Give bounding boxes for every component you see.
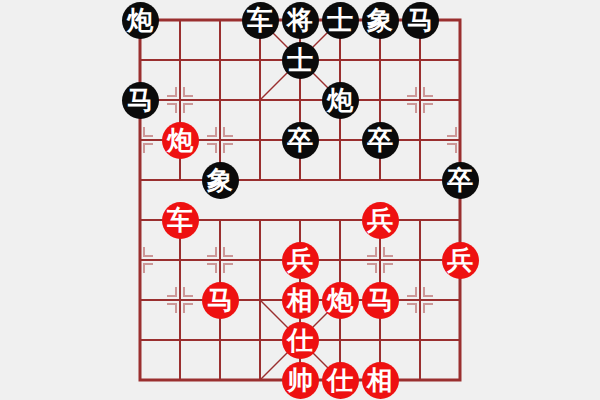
piece-black-advisor[interactable]: 士 (322, 2, 359, 39)
piece-red-advisor[interactable]: 仕 (322, 362, 359, 399)
piece-red-elephant[interactable]: 相 (282, 282, 319, 319)
piece-black-elephant[interactable]: 象 (202, 162, 239, 199)
piece-black-general[interactable]: 将 (282, 2, 319, 39)
piece-black-elephant[interactable]: 象 (362, 2, 399, 39)
piece-red-chariot[interactable]: 车 (162, 202, 199, 239)
piece-red-elephant[interactable]: 相 (362, 362, 399, 399)
piece-red-soldier[interactable]: 兵 (282, 242, 319, 279)
xiangqi-board: 炮车将士象马士马炮炮卒卒象卒车兵兵兵马相炮马仕帅仕相 (120, 0, 480, 400)
piece-red-horse[interactable]: 马 (362, 282, 399, 319)
piece-red-soldier[interactable]: 兵 (442, 242, 479, 279)
piece-black-cannon[interactable]: 炮 (322, 82, 359, 119)
piece-black-soldier[interactable]: 卒 (442, 162, 479, 199)
piece-red-horse[interactable]: 马 (202, 282, 239, 319)
piece-red-soldier[interactable]: 兵 (362, 202, 399, 239)
piece-red-cannon[interactable]: 炮 (162, 122, 199, 159)
xiangqi-app: 炮车将士象马士马炮炮卒卒象卒车兵兵兵马相炮马仕帅仕相 (0, 0, 600, 400)
piece-black-cannon[interactable]: 炮 (122, 2, 159, 39)
piece-black-soldier[interactable]: 卒 (282, 122, 319, 159)
piece-red-advisor[interactable]: 仕 (282, 322, 319, 359)
piece-black-chariot[interactable]: 车 (242, 2, 279, 39)
piece-black-soldier[interactable]: 卒 (362, 122, 399, 159)
piece-black-horse[interactable]: 马 (122, 82, 159, 119)
piece-black-horse[interactable]: 马 (402, 2, 439, 39)
piece-black-advisor[interactable]: 士 (282, 42, 319, 79)
piece-red-general[interactable]: 帅 (282, 362, 319, 399)
piece-red-cannon[interactable]: 炮 (322, 282, 359, 319)
